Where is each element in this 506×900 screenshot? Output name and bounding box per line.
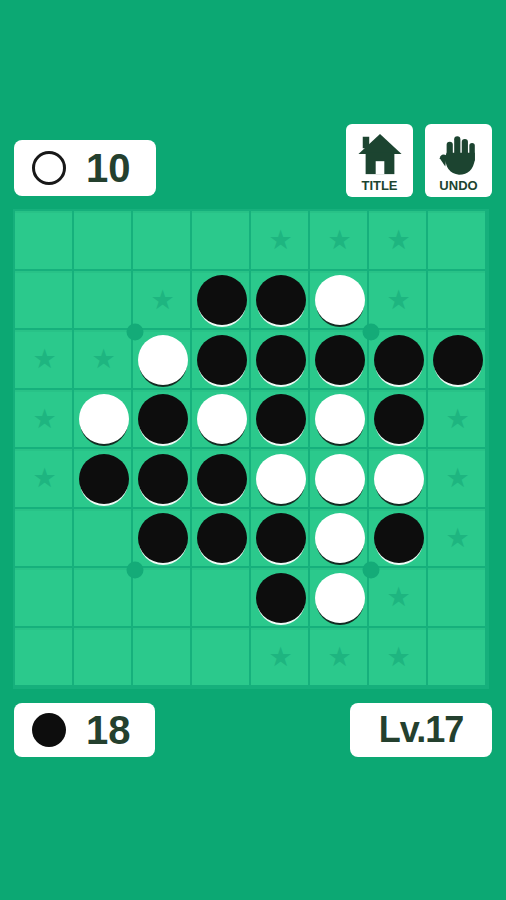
board-cell-r8c8[interactable]: [428, 628, 487, 688]
board-cell-r8c4[interactable]: [192, 628, 251, 688]
white-disc: [315, 275, 365, 325]
hand-icon: [437, 132, 481, 176]
board-cell-r2c7[interactable]: ★: [369, 271, 428, 331]
move-hint-star-icon: ★: [445, 525, 469, 552]
black-disc: [79, 454, 129, 504]
black-disc: [256, 573, 306, 623]
board-cell-r6c4[interactable]: [192, 509, 251, 569]
black-disc: [197, 513, 247, 563]
move-hint-star-icon: ★: [32, 406, 56, 433]
undo-button[interactable]: UNDO: [425, 124, 492, 197]
board-cell-r5c8[interactable]: ★: [428, 449, 487, 509]
board-cell-r3c8[interactable]: [428, 330, 487, 390]
board-cell-r7c8[interactable]: [428, 568, 487, 628]
move-hint-star-icon: ★: [386, 644, 410, 671]
white-score-value: 10: [86, 148, 131, 188]
white-score-panel: 10: [14, 140, 156, 196]
white-disc: [79, 394, 129, 444]
title-button-label: TITLE: [361, 179, 397, 192]
board-cell-r8c3[interactable]: [133, 628, 192, 688]
board-cell-r4c8[interactable]: ★: [428, 390, 487, 450]
white-disc: [374, 454, 424, 504]
board-cell-r8c2[interactable]: [74, 628, 133, 688]
black-disc: [374, 335, 424, 385]
board-cell-r3c1[interactable]: ★: [15, 330, 74, 390]
board-cell-r1c8[interactable]: [428, 211, 487, 271]
board-cell-r5c2[interactable]: [74, 449, 133, 509]
move-hint-star-icon: ★: [327, 644, 351, 671]
board-cell-r7c6[interactable]: [310, 568, 369, 628]
black-score-value: 18: [86, 710, 131, 750]
move-hint-star-icon: ★: [32, 346, 56, 373]
black-disc: [374, 394, 424, 444]
board-cell-r3c6[interactable]: [310, 330, 369, 390]
black-disc: [256, 335, 306, 385]
undo-button-label: UNDO: [439, 179, 477, 192]
move-hint-star-icon: ★: [268, 227, 292, 254]
white-disc: [315, 454, 365, 504]
board-cell-r3c5[interactable]: [251, 330, 310, 390]
game-screen: 10 TITLE: [0, 0, 506, 900]
board-cell-r3c2[interactable]: ★: [74, 330, 133, 390]
black-disc-icon: [32, 713, 66, 747]
board-cell-r5c5[interactable]: [251, 449, 310, 509]
move-hint-star-icon: ★: [91, 346, 115, 373]
black-disc: [315, 335, 365, 385]
board-cell-r5c3[interactable]: [133, 449, 192, 509]
white-disc: [315, 573, 365, 623]
board-cell-r8c1[interactable]: [15, 628, 74, 688]
board-cell-r6c1[interactable]: [15, 509, 74, 569]
board-cell-r7c3[interactable]: [133, 568, 192, 628]
white-disc: [197, 394, 247, 444]
level-label: Lv.17: [379, 712, 463, 748]
white-disc-icon: [32, 151, 66, 185]
board-cell-r1c2[interactable]: [74, 211, 133, 271]
level-panel: Lv.17: [350, 703, 492, 757]
black-disc: [197, 335, 247, 385]
board-cell-r7c1[interactable]: [15, 568, 74, 628]
black-disc: [433, 335, 483, 385]
board-cell-r4c7[interactable]: [369, 390, 428, 450]
board-cell-r1c7[interactable]: ★: [369, 211, 428, 271]
board-cell-r1c6[interactable]: ★: [310, 211, 369, 271]
white-disc: [138, 335, 188, 385]
board-cell-r7c2[interactable]: [74, 568, 133, 628]
board-cell-r4c3[interactable]: [133, 390, 192, 450]
board-cell-r3c3[interactable]: [133, 330, 192, 390]
board-cell-r4c4[interactable]: [192, 390, 251, 450]
board-cell-r3c4[interactable]: [192, 330, 251, 390]
move-hint-star-icon: ★: [327, 227, 351, 254]
move-hint-star-icon: ★: [445, 406, 469, 433]
move-hint-star-icon: ★: [386, 287, 410, 314]
board-cell-r5c7[interactable]: [369, 449, 428, 509]
black-disc: [138, 394, 188, 444]
board-cell-r7c5[interactable]: [251, 568, 310, 628]
board-cell-r6c3[interactable]: [133, 509, 192, 569]
board-cell-r7c4[interactable]: [192, 568, 251, 628]
board-cell-r2c8[interactable]: [428, 271, 487, 331]
board-star-point-dot: [127, 324, 144, 341]
board-cell-r1c4[interactable]: [192, 211, 251, 271]
move-hint-star-icon: ★: [386, 227, 410, 254]
board-cell-r5c4[interactable]: [192, 449, 251, 509]
board-cell-r2c2[interactable]: [74, 271, 133, 331]
board-cell-r2c6[interactable]: [310, 271, 369, 331]
black-disc: [138, 513, 188, 563]
move-hint-star-icon: ★: [386, 584, 410, 611]
board-cell-r1c3[interactable]: [133, 211, 192, 271]
board-cell-r6c5[interactable]: [251, 509, 310, 569]
board-cell-r2c5[interactable]: [251, 271, 310, 331]
board-cell-r6c6[interactable]: [310, 509, 369, 569]
black-disc: [197, 275, 247, 325]
board-cell-r8c5[interactable]: ★: [251, 628, 310, 688]
home-icon: [357, 132, 403, 176]
move-hint-star-icon: ★: [445, 465, 469, 492]
move-hint-star-icon: ★: [32, 465, 56, 492]
black-disc: [256, 394, 306, 444]
board-cell-r6c7[interactable]: [369, 509, 428, 569]
board-cell-r6c2[interactable]: [74, 509, 133, 569]
black-disc: [138, 454, 188, 504]
black-disc: [256, 275, 306, 325]
title-button[interactable]: TITLE: [346, 124, 413, 197]
black-disc: [374, 513, 424, 563]
black-disc: [197, 454, 247, 504]
board-cell-r5c6[interactable]: [310, 449, 369, 509]
black-score-panel: 18: [14, 703, 155, 757]
board-cell-r8c7[interactable]: ★: [369, 628, 428, 688]
white-disc: [315, 394, 365, 444]
board-cell-r1c5[interactable]: ★: [251, 211, 310, 271]
board-cell-r6c8[interactable]: ★: [428, 509, 487, 569]
board-star-point-dot: [363, 562, 380, 579]
board-cell-r4c6[interactable]: [310, 390, 369, 450]
board-cell-r8c6[interactable]: ★: [310, 628, 369, 688]
board-cell-r1c1[interactable]: [15, 211, 74, 271]
board-cell-r4c1[interactable]: ★: [15, 390, 74, 450]
board-cell-r4c5[interactable]: [251, 390, 310, 450]
white-disc: [256, 454, 306, 504]
board-star-point-dot: [127, 562, 144, 579]
board-cell-r2c1[interactable]: [15, 271, 74, 331]
board-cell-r5c1[interactable]: ★: [15, 449, 74, 509]
board-cell-r7c7[interactable]: ★: [369, 568, 428, 628]
black-disc: [256, 513, 306, 563]
othello-board: ★★★★★★★★★★★★★★★★: [13, 209, 489, 689]
board-star-point-dot: [363, 324, 380, 341]
board-cell-r2c3[interactable]: ★: [133, 271, 192, 331]
board-cell-r3c7[interactable]: [369, 330, 428, 390]
board-cell-r2c4[interactable]: [192, 271, 251, 331]
white-disc: [315, 513, 365, 563]
move-hint-star-icon: ★: [150, 287, 174, 314]
board-cell-r4c2[interactable]: [74, 390, 133, 450]
move-hint-star-icon: ★: [268, 644, 292, 671]
